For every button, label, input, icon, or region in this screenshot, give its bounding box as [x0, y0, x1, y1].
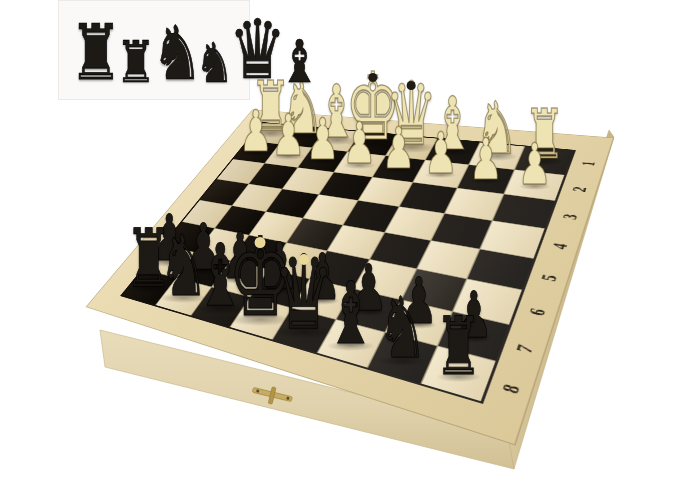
rank-label-2: 2: [565, 181, 594, 197]
rank-label-7: 7: [507, 336, 542, 362]
rank-label-3: 3: [555, 208, 585, 226]
rank-label-6: 6: [520, 300, 554, 324]
rank-label-4: 4: [544, 237, 575, 257]
inset-piece-bishop: ♝: [279, 32, 320, 91]
inset-photo: ♜ ♜ ♞ ♞ ♛ ♝: [58, 0, 250, 100]
inset-piece-rook-small: ♜: [116, 33, 156, 91]
rank-label-1: 1: [574, 156, 602, 171]
inset-piece-queen: ♛: [229, 9, 286, 91]
inset-piece-rook-large: ♜: [69, 14, 123, 91]
rank-label-8: 8: [493, 375, 530, 404]
rank-label-5: 5: [533, 267, 566, 288]
chess-set-product-photo: 12345678 ♜♞♝♛♚♝♞♜♟♟♟♟♟♟♟♟♟♟♟♟♟♟♟♟♜♞♝♛♚♝♞…: [0, 0, 700, 480]
